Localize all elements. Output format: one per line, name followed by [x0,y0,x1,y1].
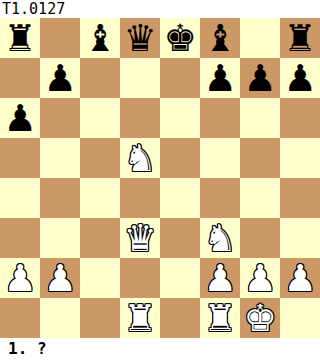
square-h6[interactable] [280,98,320,138]
square-a8[interactable]: ♜ [0,18,40,58]
square-d4[interactable] [120,178,160,218]
chess-puzzle-page: T1.0127 ♜♝♛♚♝♜♟♟♟♟♟♞♛♞♟♟♟♟♟♜♜♚ 1. ? [0,0,320,360]
move-prompt: 1. ? [0,338,320,360]
square-b5[interactable] [40,138,80,178]
piece-black-pawn: ♟ [40,58,80,98]
square-e1[interactable] [160,298,200,338]
piece-white-knight: ♞ [200,218,240,258]
square-h8[interactable]: ♜ [280,18,320,58]
square-h4[interactable] [280,178,320,218]
square-d8[interactable]: ♛ [120,18,160,58]
piece-white-pawn: ♟ [40,258,80,298]
square-h3[interactable] [280,218,320,258]
square-a1[interactable] [0,298,40,338]
square-c7[interactable] [80,58,120,98]
square-e8[interactable]: ♚ [160,18,200,58]
square-g4[interactable] [240,178,280,218]
square-d6[interactable] [120,98,160,138]
square-a4[interactable] [0,178,40,218]
square-b6[interactable] [40,98,80,138]
chess-board: ♜♝♛♚♝♜♟♟♟♟♟♞♛♞♟♟♟♟♟♜♜♚ [0,18,320,338]
square-g2[interactable]: ♟ [240,258,280,298]
square-g3[interactable] [240,218,280,258]
square-c4[interactable] [80,178,120,218]
square-b1[interactable] [40,298,80,338]
square-b4[interactable] [40,178,80,218]
piece-black-pawn: ♟ [240,58,280,98]
square-d3[interactable]: ♛ [120,218,160,258]
square-a2[interactable]: ♟ [0,258,40,298]
piece-black-rook: ♜ [280,18,320,58]
square-g6[interactable] [240,98,280,138]
square-a7[interactable] [0,58,40,98]
piece-black-pawn: ♟ [280,58,320,98]
square-f6[interactable] [200,98,240,138]
piece-black-bishop: ♝ [80,18,120,58]
square-g5[interactable] [240,138,280,178]
square-c2[interactable] [80,258,120,298]
square-e3[interactable] [160,218,200,258]
piece-black-queen: ♛ [120,18,160,58]
square-b2[interactable]: ♟ [40,258,80,298]
piece-black-pawn: ♟ [200,58,240,98]
square-b8[interactable] [40,18,80,58]
piece-white-pawn: ♟ [200,258,240,298]
square-a5[interactable] [0,138,40,178]
piece-white-rook: ♜ [120,298,160,338]
piece-black-bishop: ♝ [200,18,240,58]
square-a6[interactable]: ♟ [0,98,40,138]
piece-white-rook: ♜ [200,298,240,338]
square-f5[interactable] [200,138,240,178]
piece-white-pawn: ♟ [280,258,320,298]
square-e4[interactable] [160,178,200,218]
square-h1[interactable] [280,298,320,338]
square-a3[interactable] [0,218,40,258]
piece-black-rook: ♜ [0,18,40,58]
square-c3[interactable] [80,218,120,258]
square-c5[interactable] [80,138,120,178]
square-e6[interactable] [160,98,200,138]
square-h7[interactable]: ♟ [280,58,320,98]
square-e7[interactable] [160,58,200,98]
square-d1[interactable]: ♜ [120,298,160,338]
piece-white-queen: ♛ [120,218,160,258]
square-c1[interactable] [80,298,120,338]
square-d5[interactable]: ♞ [120,138,160,178]
piece-white-knight: ♞ [120,138,160,178]
square-d2[interactable] [120,258,160,298]
square-f3[interactable]: ♞ [200,218,240,258]
square-d7[interactable] [120,58,160,98]
square-b3[interactable] [40,218,80,258]
square-f4[interactable] [200,178,240,218]
piece-white-pawn: ♟ [240,258,280,298]
square-f8[interactable]: ♝ [200,18,240,58]
square-g7[interactable]: ♟ [240,58,280,98]
square-c8[interactable]: ♝ [80,18,120,58]
piece-white-king: ♚ [240,298,280,338]
piece-black-pawn: ♟ [0,98,40,138]
square-e2[interactable] [160,258,200,298]
square-b7[interactable]: ♟ [40,58,80,98]
piece-black-king: ♚ [160,18,200,58]
square-g1[interactable]: ♚ [240,298,280,338]
square-f7[interactable]: ♟ [200,58,240,98]
puzzle-id: T1.0127 [0,0,320,18]
square-f2[interactable]: ♟ [200,258,240,298]
square-h2[interactable]: ♟ [280,258,320,298]
square-g8[interactable] [240,18,280,58]
square-f1[interactable]: ♜ [200,298,240,338]
piece-white-pawn: ♟ [0,258,40,298]
square-h5[interactable] [280,138,320,178]
square-c6[interactable] [80,98,120,138]
square-e5[interactable] [160,138,200,178]
